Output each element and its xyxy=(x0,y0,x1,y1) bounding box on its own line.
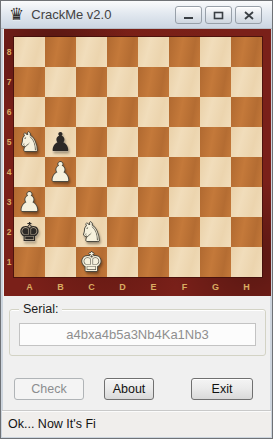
rank-label-3: 3 xyxy=(4,187,14,217)
square-a1 xyxy=(14,247,45,277)
file-label-d: D xyxy=(107,279,138,294)
square-e7 xyxy=(138,67,169,97)
square-f5 xyxy=(169,127,200,157)
square-g6 xyxy=(200,97,231,127)
rank-label-1: 1 xyxy=(4,247,14,277)
app-window: ♛ CrackMe v2.0 87654321 ♞♟♟♟♚♞♚ ABCDEF xyxy=(0,0,273,439)
about-button[interactable]: About xyxy=(104,378,154,400)
square-c8 xyxy=(76,37,107,67)
white-pawn-piece: ♟ xyxy=(18,189,41,215)
white-pawn-piece: ♟ xyxy=(49,159,72,185)
square-f7 xyxy=(169,67,200,97)
file-labels: ABCDEFGH xyxy=(14,279,262,294)
file-label-c: C xyxy=(76,279,107,294)
square-b5: ♟ xyxy=(45,127,76,157)
square-d6 xyxy=(107,97,138,127)
square-d2 xyxy=(107,217,138,247)
square-h7 xyxy=(231,67,262,97)
square-a8 xyxy=(14,37,45,67)
crown-icon: ♛ xyxy=(9,6,24,23)
square-b6 xyxy=(45,97,76,127)
square-h8 xyxy=(231,37,262,67)
square-d4 xyxy=(107,157,138,187)
square-f4 xyxy=(169,157,200,187)
square-g2 xyxy=(200,217,231,247)
square-h2 xyxy=(231,217,262,247)
rank-label-4: 4 xyxy=(4,157,14,187)
square-g5 xyxy=(200,127,231,157)
square-d8 xyxy=(107,37,138,67)
white-knight-piece: ♞ xyxy=(18,129,41,155)
rank-labels: 87654321 xyxy=(4,37,14,277)
black-king-piece: ♚ xyxy=(18,219,41,245)
board: ♞♟♟♟♚♞♚ xyxy=(14,37,262,277)
square-d5 xyxy=(107,127,138,157)
minimize-button[interactable] xyxy=(175,6,202,24)
square-e2 xyxy=(138,217,169,247)
exit-button[interactable]: Exit xyxy=(191,378,253,400)
square-h3 xyxy=(231,187,262,217)
minimize-icon xyxy=(183,11,194,20)
square-h5 xyxy=(231,127,262,157)
square-d1 xyxy=(107,247,138,277)
square-h4 xyxy=(231,157,262,187)
file-label-g: G xyxy=(200,279,231,294)
square-f6 xyxy=(169,97,200,127)
status-text: Ok... Now It's Fi xyxy=(8,417,96,431)
square-a3: ♟ xyxy=(14,187,45,217)
title-bar[interactable]: ♛ CrackMe v2.0 xyxy=(1,1,272,29)
square-g8 xyxy=(200,37,231,67)
square-a7 xyxy=(14,67,45,97)
restore-button[interactable] xyxy=(205,6,232,24)
file-label-h: H xyxy=(231,279,262,294)
chess-board-frame: 87654321 ♞♟♟♟♚♞♚ ABCDEFGH xyxy=(4,29,271,296)
square-h1 xyxy=(231,247,262,277)
close-button[interactable] xyxy=(235,6,262,24)
square-e1 xyxy=(138,247,169,277)
square-e8 xyxy=(138,37,169,67)
square-e5 xyxy=(138,127,169,157)
square-b1 xyxy=(45,247,76,277)
white-knight-piece: ♞ xyxy=(80,219,103,245)
black-pawn-piece: ♟ xyxy=(49,129,72,155)
square-f3 xyxy=(169,187,200,217)
file-label-e: E xyxy=(138,279,169,294)
rank-label-8: 8 xyxy=(4,37,14,67)
check-button[interactable]: Check xyxy=(14,378,84,400)
square-c4 xyxy=(76,157,107,187)
rank-label-6: 6 xyxy=(4,97,14,127)
square-e6 xyxy=(138,97,169,127)
file-label-a: A xyxy=(14,279,45,294)
square-a5: ♞ xyxy=(14,127,45,157)
window-controls xyxy=(175,6,262,24)
white-king-piece: ♚ xyxy=(80,249,103,275)
serial-input[interactable] xyxy=(19,323,256,346)
square-c3 xyxy=(76,187,107,217)
file-label-f: F xyxy=(169,279,200,294)
square-b4: ♟ xyxy=(45,157,76,187)
square-a6 xyxy=(14,97,45,127)
square-g1 xyxy=(200,247,231,277)
square-d3 xyxy=(107,187,138,217)
restore-icon xyxy=(213,11,224,20)
square-c5 xyxy=(76,127,107,157)
close-icon xyxy=(244,11,254,20)
status-bar: Ok... Now It's Fi xyxy=(2,410,271,437)
window-title: CrackMe v2.0 xyxy=(31,7,111,22)
file-label-b: B xyxy=(45,279,76,294)
rank-label-7: 7 xyxy=(4,67,14,97)
square-g3 xyxy=(200,187,231,217)
square-b3 xyxy=(45,187,76,217)
square-g4 xyxy=(200,157,231,187)
square-b2 xyxy=(45,217,76,247)
square-f2 xyxy=(169,217,200,247)
square-c2: ♞ xyxy=(76,217,107,247)
serial-label: Serial: xyxy=(19,302,62,316)
square-c6 xyxy=(76,97,107,127)
serial-group-box: Serial: xyxy=(9,309,266,356)
square-b8 xyxy=(45,37,76,67)
square-d7 xyxy=(107,67,138,97)
square-e4 xyxy=(138,157,169,187)
square-a4 xyxy=(14,157,45,187)
square-f8 xyxy=(169,37,200,67)
rank-label-5: 5 xyxy=(4,127,14,157)
square-f1 xyxy=(169,247,200,277)
square-c1: ♚ xyxy=(76,247,107,277)
square-a2: ♚ xyxy=(14,217,45,247)
square-e3 xyxy=(138,187,169,217)
square-b7 xyxy=(45,67,76,97)
rank-label-2: 2 xyxy=(4,217,14,247)
square-g7 xyxy=(200,67,231,97)
square-h6 xyxy=(231,97,262,127)
square-c7 xyxy=(76,67,107,97)
